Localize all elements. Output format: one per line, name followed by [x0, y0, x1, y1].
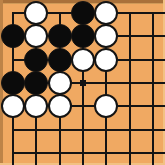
white-stone: [48, 94, 72, 118]
white-stone: [94, 24, 118, 48]
black-stone: [24, 71, 48, 95]
black-stone: [71, 24, 95, 48]
black-stone: [48, 24, 72, 48]
black-stone: [71, 1, 95, 25]
black-stone: [48, 48, 72, 72]
white-stone: [48, 71, 72, 95]
black-stone: [1, 24, 25, 48]
black-stone: [24, 48, 48, 72]
white-stone: [24, 1, 48, 25]
white-stone: [1, 94, 25, 118]
star-point: [80, 80, 86, 86]
white-stone: [94, 48, 118, 72]
stones-layer: [1, 1, 164, 164]
white-stone: [71, 48, 95, 72]
white-stone: [24, 24, 48, 48]
white-stone: [94, 1, 118, 25]
white-stone: [24, 94, 48, 118]
white-stone: [94, 94, 118, 118]
go-board[interactable]: [0, 0, 165, 165]
black-stone: [1, 71, 25, 95]
